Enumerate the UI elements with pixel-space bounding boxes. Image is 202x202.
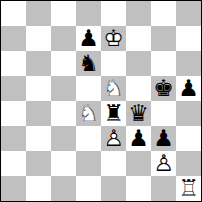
square-d4[interactable]: ♘ bbox=[76, 101, 101, 126]
square-d5[interactable] bbox=[76, 76, 101, 101]
square-e5[interactable]: ♘ bbox=[101, 76, 126, 101]
square-g1[interactable] bbox=[151, 176, 176, 201]
square-d8[interactable] bbox=[76, 1, 101, 26]
black-pawn: ♟ bbox=[178, 76, 199, 101]
square-f3[interactable]: ♟ bbox=[126, 126, 151, 151]
black-pawn: ♟ bbox=[78, 26, 99, 51]
square-a3[interactable] bbox=[1, 126, 26, 151]
square-d6[interactable]: ♞ bbox=[76, 51, 101, 76]
square-d1[interactable] bbox=[76, 176, 101, 201]
square-h4[interactable] bbox=[176, 101, 201, 126]
square-h5[interactable]: ♟ bbox=[176, 76, 201, 101]
square-b3[interactable] bbox=[26, 126, 51, 151]
square-b2[interactable] bbox=[26, 151, 51, 176]
square-b4[interactable] bbox=[26, 101, 51, 126]
square-d7[interactable]: ♟ bbox=[76, 26, 101, 51]
square-c6[interactable] bbox=[51, 51, 76, 76]
square-h3[interactable] bbox=[176, 126, 201, 151]
square-a5[interactable] bbox=[1, 76, 26, 101]
square-b5[interactable] bbox=[26, 76, 51, 101]
square-f2[interactable] bbox=[126, 151, 151, 176]
white-king: ♔ bbox=[103, 26, 124, 51]
white-pawn: ♙ bbox=[103, 126, 124, 151]
black-pawn: ♟ bbox=[153, 126, 174, 151]
square-c7[interactable] bbox=[51, 26, 76, 51]
square-a7[interactable] bbox=[1, 26, 26, 51]
white-rook: ♖ bbox=[178, 176, 199, 201]
square-b8[interactable] bbox=[26, 1, 51, 26]
black-king: ♚ bbox=[153, 76, 174, 101]
square-b1[interactable] bbox=[26, 176, 51, 201]
square-e6[interactable] bbox=[101, 51, 126, 76]
square-e1[interactable] bbox=[101, 176, 126, 201]
square-g6[interactable] bbox=[151, 51, 176, 76]
square-f5[interactable] bbox=[126, 76, 151, 101]
square-c1[interactable] bbox=[51, 176, 76, 201]
square-g7[interactable] bbox=[151, 26, 176, 51]
square-c2[interactable] bbox=[51, 151, 76, 176]
square-e2[interactable] bbox=[101, 151, 126, 176]
square-g2[interactable]: ♙ bbox=[151, 151, 176, 176]
square-h2[interactable] bbox=[176, 151, 201, 176]
square-a6[interactable] bbox=[1, 51, 26, 76]
square-f7[interactable] bbox=[126, 26, 151, 51]
square-c4[interactable] bbox=[51, 101, 76, 126]
square-b7[interactable] bbox=[26, 26, 51, 51]
square-h7[interactable] bbox=[176, 26, 201, 51]
square-a4[interactable] bbox=[1, 101, 26, 126]
square-h1[interactable]: ♖ bbox=[176, 176, 201, 201]
square-g4[interactable] bbox=[151, 101, 176, 126]
square-h6[interactable] bbox=[176, 51, 201, 76]
chess-board: ♟♔♞♘♚♟♘♜♛♙♟♟♙♖ bbox=[0, 0, 202, 202]
white-pawn: ♙ bbox=[153, 151, 174, 176]
black-rook: ♜ bbox=[103, 101, 124, 126]
square-f8[interactable] bbox=[126, 1, 151, 26]
square-f1[interactable] bbox=[126, 176, 151, 201]
square-c3[interactable] bbox=[51, 126, 76, 151]
square-a2[interactable] bbox=[1, 151, 26, 176]
square-e4[interactable]: ♜ bbox=[101, 101, 126, 126]
square-f4[interactable]: ♛ bbox=[126, 101, 151, 126]
square-b6[interactable] bbox=[26, 51, 51, 76]
square-e3[interactable]: ♙ bbox=[101, 126, 126, 151]
square-a1[interactable] bbox=[1, 176, 26, 201]
square-a8[interactable] bbox=[1, 1, 26, 26]
square-d2[interactable] bbox=[76, 151, 101, 176]
square-e8[interactable] bbox=[101, 1, 126, 26]
square-c5[interactable] bbox=[51, 76, 76, 101]
black-queen: ♛ bbox=[128, 101, 149, 126]
black-knight: ♞ bbox=[78, 51, 99, 76]
square-e7[interactable]: ♔ bbox=[101, 26, 126, 51]
white-knight: ♘ bbox=[103, 76, 124, 101]
square-g3[interactable]: ♟ bbox=[151, 126, 176, 151]
square-c8[interactable] bbox=[51, 1, 76, 26]
square-g5[interactable]: ♚ bbox=[151, 76, 176, 101]
square-h8[interactable] bbox=[176, 1, 201, 26]
square-d3[interactable] bbox=[76, 126, 101, 151]
black-pawn: ♟ bbox=[128, 126, 149, 151]
square-g8[interactable] bbox=[151, 1, 176, 26]
white-knight: ♘ bbox=[78, 101, 99, 126]
square-f6[interactable] bbox=[126, 51, 151, 76]
